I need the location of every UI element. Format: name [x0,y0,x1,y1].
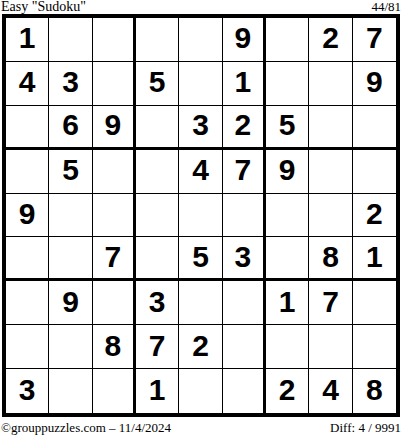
cell-r2c2[interactable]: 3 [49,62,92,106]
cell-r3c1[interactable] [6,106,49,150]
cell-r2c1[interactable]: 4 [6,62,49,106]
cell-r1c6[interactable]: 9 [223,18,266,62]
cell-r7c2[interactable]: 9 [49,281,92,325]
cell-r5c3[interactable] [93,194,136,238]
cell-r3c5[interactable]: 3 [179,106,222,150]
cell-r5c5[interactable] [179,194,222,238]
cell-r4c5[interactable]: 4 [179,150,222,194]
cell-r4c8[interactable] [309,150,352,194]
cell-r6c9[interactable]: 1 [353,237,396,281]
cell-r8c8[interactable] [309,325,352,369]
cell-r4c2[interactable]: 5 [49,150,92,194]
cell-r1c2[interactable] [49,18,92,62]
cells-remaining-counter: 44/81 [371,0,401,14]
sudoku-page: Easy "Sudoku" 44/81 19274351969325547992… [0,0,402,437]
cell-r2c9[interactable]: 9 [353,62,396,106]
cell-r3c8[interactable] [309,106,352,150]
cell-r6c8[interactable]: 8 [309,237,352,281]
cell-r1c5[interactable] [179,18,222,62]
cell-r6c7[interactable] [266,237,309,281]
cell-r8c5[interactable]: 2 [179,325,222,369]
cell-r9c8[interactable]: 4 [309,369,352,413]
cell-r9c7[interactable]: 2 [266,369,309,413]
cell-r7c9[interactable] [353,281,396,325]
cell-r3c7[interactable]: 5 [266,106,309,150]
cell-r4c1[interactable] [6,150,49,194]
cell-r3c6[interactable]: 2 [223,106,266,150]
cell-r3c4[interactable] [136,106,179,150]
puzzle-title: Easy "Sudoku" [1,0,86,14]
cell-r6c6[interactable]: 3 [223,237,266,281]
cell-r8c6[interactable] [223,325,266,369]
cell-r5c8[interactable] [309,194,352,238]
cell-r9c2[interactable] [49,369,92,413]
cell-r2c4[interactable]: 5 [136,62,179,106]
cell-r8c9[interactable] [353,325,396,369]
cell-r9c1[interactable]: 3 [6,369,49,413]
cell-r2c5[interactable] [179,62,222,106]
cell-r1c4[interactable] [136,18,179,62]
cell-r3c2[interactable]: 6 [49,106,92,150]
cell-r9c3[interactable] [93,369,136,413]
difficulty-text: Diff: 4 / 9991 [330,420,401,435]
cell-r7c1[interactable] [6,281,49,325]
footer: ©grouppuzzles.com – 11/4/2024 Diff: 4 / … [1,420,401,435]
cell-r5c9[interactable]: 2 [353,194,396,238]
cell-r9c4[interactable]: 1 [136,369,179,413]
cell-r5c1[interactable]: 9 [6,194,49,238]
cell-r6c3[interactable]: 7 [93,237,136,281]
cell-r7c5[interactable] [179,281,222,325]
cell-r4c3[interactable] [93,150,136,194]
cell-r9c5[interactable] [179,369,222,413]
cell-r7c6[interactable] [223,281,266,325]
cell-r2c3[interactable] [93,62,136,106]
board: 1927435196932554799275381931787231248 [2,14,400,417]
header: Easy "Sudoku" 44/81 [1,0,401,14]
cell-r7c8[interactable]: 7 [309,281,352,325]
cell-r5c6[interactable] [223,194,266,238]
cell-r6c1[interactable] [6,237,49,281]
cell-r7c7[interactable]: 1 [266,281,309,325]
cell-r6c2[interactable] [49,237,92,281]
cell-r2c6[interactable]: 1 [223,62,266,106]
cell-r8c3[interactable]: 8 [93,325,136,369]
cell-r5c7[interactable] [266,194,309,238]
cell-r2c8[interactable] [309,62,352,106]
cell-r7c3[interactable] [93,281,136,325]
cell-r4c7[interactable]: 9 [266,150,309,194]
cell-r3c9[interactable] [353,106,396,150]
cell-r8c7[interactable] [266,325,309,369]
cell-r4c4[interactable] [136,150,179,194]
cell-r3c3[interactable]: 9 [93,106,136,150]
cell-r7c4[interactable]: 3 [136,281,179,325]
cell-r4c6[interactable]: 7 [223,150,266,194]
cell-r1c9[interactable]: 7 [353,18,396,62]
cell-r2c7[interactable] [266,62,309,106]
cell-r4c9[interactable] [353,150,396,194]
cell-r1c1[interactable]: 1 [6,18,49,62]
cell-r9c9[interactable]: 8 [353,369,396,413]
cell-r5c2[interactable] [49,194,92,238]
cell-r6c4[interactable] [136,237,179,281]
cell-r1c3[interactable] [93,18,136,62]
copyright-text: ©grouppuzzles.com – 11/4/2024 [1,420,171,435]
cell-r1c8[interactable]: 2 [309,18,352,62]
cell-r9c6[interactable] [223,369,266,413]
cell-r8c4[interactable]: 7 [136,325,179,369]
cell-r8c2[interactable] [49,325,92,369]
cell-r8c1[interactable] [6,325,49,369]
cell-r1c7[interactable] [266,18,309,62]
cell-r5c4[interactable] [136,194,179,238]
cell-r6c5[interactable]: 5 [179,237,222,281]
